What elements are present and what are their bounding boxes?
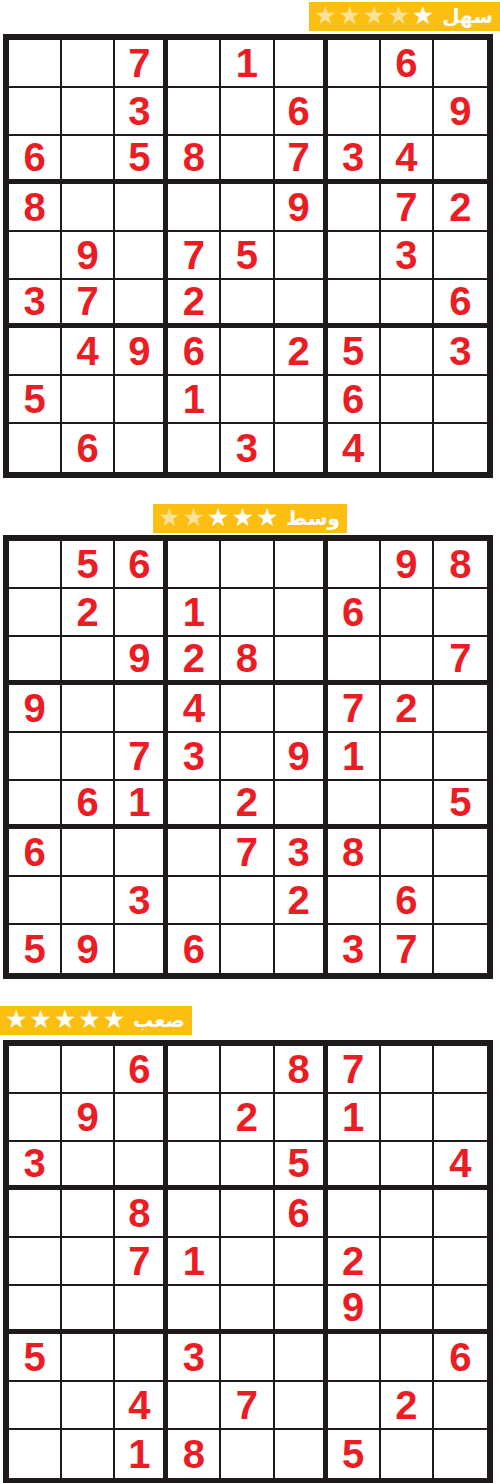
cell-r8c3: 3 [115,877,168,925]
cell-r9c6 [275,424,328,472]
cell-r3c8: 4 [381,136,434,184]
cell-r4c7: 7 [328,685,381,733]
cell-r7c4 [168,829,221,877]
cell-r8c7 [328,877,381,925]
cell-r5c4: 3 [168,733,221,781]
cell-r4c5 [221,685,274,733]
puzzle-easy: ★★★★★ سهل 716369658734897297533726496253… [0,2,500,478]
cell-r6c5 [221,280,274,328]
cell-r8c9 [434,376,487,424]
cell-r8c1 [9,1382,62,1430]
cell-r6c3 [115,280,168,328]
cell-r3c2 [62,1142,115,1190]
cell-r9c2 [62,1430,115,1478]
cell-r3c8 [381,637,434,685]
cell-r1c2 [62,1046,115,1094]
cell-r2c1 [9,589,62,637]
cell-r4c1 [9,1190,62,1238]
cell-r4c7 [328,184,381,232]
star-icon: ★ [314,3,336,28]
cell-r1c7: 7 [328,1046,381,1094]
cell-r9c6 [275,925,328,973]
star-icon: ★ [207,505,229,530]
cell-r5c3: 7 [115,1238,168,1286]
cell-r9c5 [221,1430,274,1478]
star-icon: ★ [158,505,180,530]
cell-r9c8 [381,1430,434,1478]
cell-r1c1 [9,1046,62,1094]
cell-r7c7 [328,1334,381,1382]
cell-r2c1 [9,88,62,136]
cell-r2c5 [221,589,274,637]
cell-r2c4: 1 [168,589,221,637]
cell-r3c3: 9 [115,637,168,685]
cell-r3c7 [328,637,381,685]
cell-r5c5 [221,1238,274,1286]
cell-r8c6 [275,1382,328,1430]
cell-r8c1: 5 [9,376,62,424]
cell-r7c8 [381,328,434,376]
puzzle-hard: ★★★★★ صعب 687921354867129536472185 [0,1006,500,1483]
cell-r7c4: 3 [168,1334,221,1382]
cell-r6c8 [381,280,434,328]
cell-r8c9 [434,877,487,925]
cell-r9c8: 7 [381,925,434,973]
cell-r9c2: 6 [62,424,115,472]
cell-r4c3 [115,184,168,232]
cell-r8c6: 2 [275,877,328,925]
cell-r9c1: 5 [9,925,62,973]
cell-r1c8 [381,1046,434,1094]
cell-r8c7: 6 [328,376,381,424]
cell-r6c1: 3 [9,280,62,328]
cell-r1c7 [328,541,381,589]
cell-r1c9 [434,1046,487,1094]
star-icon: ★ [387,3,409,28]
cell-r6c1 [9,1286,62,1334]
star-icon: ★ [29,1007,51,1032]
cell-r5c5: 5 [221,232,274,280]
cell-r2c4 [168,1094,221,1142]
cell-r3c5 [221,1142,274,1190]
star-icon: ★ [183,505,205,530]
cell-r3c4: 8 [168,136,221,184]
cell-r5c4: 1 [168,1238,221,1286]
cell-r5c7 [328,232,381,280]
cell-r7c9: 3 [434,328,487,376]
cell-r9c9 [434,925,487,973]
cell-r3c7: 3 [328,136,381,184]
star-icon: ★ [231,505,253,530]
cell-r9c4: 8 [168,1430,221,1478]
cell-r3c5: 8 [221,637,274,685]
cell-r9c7: 5 [328,1430,381,1478]
cell-r7c9 [434,829,487,877]
cell-r7c4: 6 [168,328,221,376]
cell-r5c1 [9,232,62,280]
cell-r8c4 [168,877,221,925]
cell-r1c6 [275,541,328,589]
cell-r3c8 [381,1142,434,1190]
cell-r4c8: 7 [381,184,434,232]
cell-r5c7: 2 [328,1238,381,1286]
cell-r5c8 [381,1238,434,1286]
cell-r8c2 [62,877,115,925]
cell-r7c3 [115,829,168,877]
cell-r1c1 [9,541,62,589]
cell-r8c4: 1 [168,376,221,424]
cell-r9c8 [381,424,434,472]
cell-r6c2: 7 [62,280,115,328]
cell-r4c2 [62,1190,115,1238]
cell-r7c3 [115,1334,168,1382]
cell-r1c1 [9,40,62,88]
cell-r3c3: 5 [115,136,168,184]
cell-r7c5 [221,328,274,376]
cell-r6c9: 6 [434,280,487,328]
cell-r2c3 [115,589,168,637]
cell-r4c1: 8 [9,184,62,232]
cell-r4c1: 9 [9,685,62,733]
cell-r8c3 [115,376,168,424]
cell-r5c4: 7 [168,232,221,280]
cell-r4c7 [328,1190,381,1238]
star-icon: ★ [54,1007,76,1032]
cell-r8c3: 4 [115,1382,168,1430]
cell-r1c2: 5 [62,541,115,589]
cell-r1c9 [434,40,487,88]
sudoku-board-medium: 56982169287947273916125673832659637 [3,535,493,979]
cell-r7c8 [381,829,434,877]
cell-r9c9 [434,1430,487,1478]
cell-r3c6: 7 [275,136,328,184]
cell-r2c6 [275,589,328,637]
cell-r6c3 [115,1286,168,1334]
cell-r1c6: 8 [275,1046,328,1094]
cell-r4c8 [381,1190,434,1238]
cell-r2c9 [434,1094,487,1142]
cell-r5c9 [434,733,487,781]
cell-r6c5: 2 [221,781,274,829]
cell-r6c3: 1 [115,781,168,829]
cell-r6c2: 6 [62,781,115,829]
difficulty-banner-hard: ★★★★★ صعب [0,1006,192,1035]
cell-r8c8 [381,376,434,424]
cell-r5c2: 9 [62,232,115,280]
cell-r4c5 [221,1190,274,1238]
cell-r8c5 [221,376,274,424]
cell-r2c8 [381,1094,434,1142]
star-icon: ★ [78,1007,100,1032]
cell-r8c4 [168,1382,221,1430]
star-icon: ★ [363,3,385,28]
cell-r5c1 [9,1238,62,1286]
cell-r6c8 [381,1286,434,1334]
cell-r9c7: 4 [328,424,381,472]
cell-r6c4 [168,781,221,829]
cell-r9c4: 6 [168,925,221,973]
cell-r3c5 [221,136,274,184]
cell-r4c2 [62,685,115,733]
cell-r5c1 [9,733,62,781]
cell-r3c9: 7 [434,637,487,685]
difficulty-banner-easy: ★★★★★ سهل [309,2,500,31]
cell-r9c9 [434,424,487,472]
banner-row-hard: ★★★★★ صعب [0,1006,500,1035]
cell-r2c5: 2 [221,1094,274,1142]
cell-r2c8 [381,589,434,637]
cell-r9c4 [168,424,221,472]
cell-r4c9 [434,685,487,733]
cell-r1c5 [221,1046,274,1094]
sudoku-board-easy: 716369658734897297533726496253516634 [3,34,493,478]
cell-r7c1: 6 [9,829,62,877]
cell-r1c9: 8 [434,541,487,589]
cell-r1c5: 1 [221,40,274,88]
cell-r3c1 [9,637,62,685]
cell-r8c9 [434,1382,487,1430]
cell-r5c7: 1 [328,733,381,781]
cell-r8c6 [275,376,328,424]
cell-r1c8: 9 [381,541,434,589]
cell-r9c5 [221,925,274,973]
cell-r2c7: 6 [328,589,381,637]
cell-r6c2 [62,1286,115,1334]
cell-r4c6 [275,685,328,733]
cell-r9c3 [115,925,168,973]
cell-r9c3: 1 [115,1430,168,1478]
cell-r7c2 [62,829,115,877]
star-icon: ★ [339,3,361,28]
cell-r6c8 [381,781,434,829]
cell-r3c4 [168,1142,221,1190]
cell-r5c5 [221,733,274,781]
cell-r7c3: 9 [115,328,168,376]
sudoku-board-hard: 687921354867129536472185 [3,1040,493,1483]
cell-r7c6: 3 [275,829,328,877]
cell-r9c5: 3 [221,424,274,472]
cell-r2c3 [115,1094,168,1142]
cell-r4c4: 4 [168,685,221,733]
cell-r2c7: 1 [328,1094,381,1142]
banner-row-easy: ★★★★★ سهل [0,2,500,31]
cell-r6c6 [275,280,328,328]
cell-r5c2 [62,1238,115,1286]
cell-r4c5 [221,184,274,232]
cell-r4c6: 6 [275,1190,328,1238]
cell-r5c6 [275,232,328,280]
cell-r5c2 [62,733,115,781]
cell-r1c6 [275,40,328,88]
cell-r7c2 [62,1334,115,1382]
cell-r6c7: 9 [328,1286,381,1334]
cell-r3c2 [62,637,115,685]
cell-r4c9 [434,1190,487,1238]
cell-r5c3 [115,232,168,280]
cell-r3c6: 5 [275,1142,328,1190]
cell-r3c2 [62,136,115,184]
cell-r8c2 [62,376,115,424]
difficulty-label-hard: صعب [133,1010,185,1030]
cell-r4c6: 9 [275,184,328,232]
cell-r4c3 [115,685,168,733]
cell-r9c3 [115,424,168,472]
cell-r9c2: 9 [62,925,115,973]
cell-r7c2: 4 [62,328,115,376]
cell-r6c7 [328,280,381,328]
cell-r3c9: 4 [434,1142,487,1190]
sudoku-page: ★★★★★ سهل 716369658734897297533726496253… [0,0,500,1483]
cell-r7c1 [9,328,62,376]
puzzle-medium: ★★★★★ وسط 569821692879472739161256738326… [0,504,500,979]
cell-r4c9: 2 [434,184,487,232]
cell-r3c1: 3 [9,1142,62,1190]
star-icon: ★ [5,1007,27,1032]
cell-r7c1: 5 [9,1334,62,1382]
cell-r2c2: 2 [62,589,115,637]
cell-r8c5 [221,877,274,925]
star-rating-medium: ★★★★★ [158,506,278,531]
cell-r5c6 [275,1238,328,1286]
cell-r4c3: 8 [115,1190,168,1238]
cell-r2c1 [9,1094,62,1142]
cell-r8c1 [9,877,62,925]
cell-r9c1 [9,424,62,472]
cell-r6c9 [434,1286,487,1334]
cell-r3c7 [328,1142,381,1190]
cell-r3c4: 2 [168,637,221,685]
cell-r3c1: 6 [9,136,62,184]
cell-r2c3: 3 [115,88,168,136]
cell-r7c9: 6 [434,1334,487,1382]
cell-r7c6: 2 [275,328,328,376]
cell-r2c8 [381,88,434,136]
star-rating-hard: ★★★★★ [5,1008,125,1033]
cell-r6c1 [9,781,62,829]
cell-r2c2 [62,88,115,136]
cell-r5c3: 7 [115,733,168,781]
cell-r6c4: 2 [168,280,221,328]
cell-r1c4 [168,40,221,88]
cell-r2c5 [221,88,274,136]
cell-r1c3: 6 [115,541,168,589]
cell-r1c7 [328,40,381,88]
cell-r3c6 [275,637,328,685]
star-icon: ★ [412,3,434,28]
cell-r6c5 [221,1286,274,1334]
cell-r2c7 [328,88,381,136]
cell-r1c5 [221,541,274,589]
cell-r1c3: 7 [115,40,168,88]
cell-r2c4 [168,88,221,136]
cell-r7c6 [275,1334,328,1382]
cell-r3c3 [115,1142,168,1190]
cell-r5c8: 3 [381,232,434,280]
difficulty-label-medium: وسط [286,508,340,528]
cell-r2c2: 9 [62,1094,115,1142]
cell-r6c9: 5 [434,781,487,829]
cell-r6c6 [275,1286,328,1334]
cell-r8c2 [62,1382,115,1430]
cell-r8c8: 2 [381,1382,434,1430]
cell-r4c4 [168,1190,221,1238]
cell-r2c6 [275,1094,328,1142]
star-rating-easy: ★★★★★ [314,4,434,29]
banner-row-medium: ★★★★★ وسط [0,504,500,533]
star-icon: ★ [103,1007,125,1032]
cell-r5c9 [434,232,487,280]
cell-r4c8: 2 [381,685,434,733]
cell-r2c9 [434,589,487,637]
cell-r7c7: 8 [328,829,381,877]
cell-r1c4 [168,1046,221,1094]
cell-r9c1 [9,1430,62,1478]
difficulty-label-easy: سهل [442,6,493,26]
cell-r1c2 [62,40,115,88]
cell-r9c7: 3 [328,925,381,973]
cell-r5c6: 9 [275,733,328,781]
cell-r4c2 [62,184,115,232]
star-icon: ★ [256,505,278,530]
cell-r6c7 [328,781,381,829]
cell-r6c4 [168,1286,221,1334]
cell-r3c9 [434,136,487,184]
cell-r5c9 [434,1238,487,1286]
cell-r6c6 [275,781,328,829]
cell-r2c9: 9 [434,88,487,136]
cell-r7c7: 5 [328,328,381,376]
difficulty-banner-medium: ★★★★★ وسط [153,504,347,533]
cell-r7c8 [381,1334,434,1382]
cell-r5c8 [381,733,434,781]
cell-r7c5: 7 [221,829,274,877]
cell-r8c8: 6 [381,877,434,925]
cell-r1c3: 6 [115,1046,168,1094]
cell-r2c6: 6 [275,88,328,136]
cell-r1c4 [168,541,221,589]
cell-r7c5 [221,1334,274,1382]
cell-r8c5: 7 [221,1382,274,1430]
cell-r4c4 [168,184,221,232]
cell-r1c8: 6 [381,40,434,88]
cell-r8c7 [328,1382,381,1430]
cell-r9c6 [275,1430,328,1478]
